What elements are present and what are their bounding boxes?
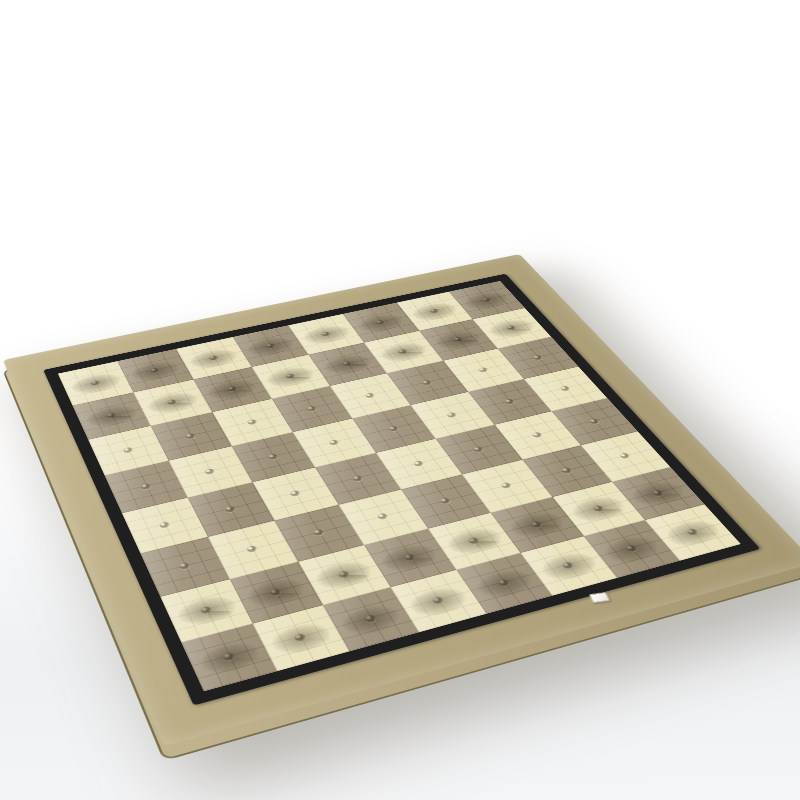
- stud-icon: [123, 447, 134, 454]
- chess-board: ♜♞♝♛♚♝♞♜♟♟♟♟♟♟♟♟♟♟♟♟♟♟♟♟♜♞♝♛♚♝♞♜: [3, 254, 800, 747]
- stud-icon: [481, 297, 491, 302]
- stud-icon: [285, 373, 296, 379]
- stud-icon: [446, 412, 458, 418]
- piece-glyph: ♞: [258, 526, 346, 648]
- stud-icon: [342, 361, 353, 367]
- stud-icon: [106, 412, 117, 418]
- stud-icon: [375, 320, 385, 326]
- stud-icon: [328, 439, 340, 446]
- stud-icon: [506, 325, 517, 331]
- stud-icon: [167, 399, 178, 405]
- stud-icon: [306, 405, 317, 411]
- stud-icon: [477, 367, 488, 373]
- stud-icon: [364, 392, 375, 398]
- stud-icon: [398, 349, 409, 355]
- stud-icon: [265, 343, 275, 349]
- stud-icon: [588, 418, 600, 425]
- stud-icon: [321, 331, 331, 337]
- stud-icon: [246, 419, 257, 426]
- piece-glyph: ♜: [190, 555, 270, 667]
- stud-icon: [503, 398, 515, 404]
- stud-icon: [208, 355, 218, 361]
- stud-icon: [532, 354, 543, 360]
- scene: ♜♞♝♛♚♝♞♜♟♟♟♟♟♟♟♟♟♟♟♟♟♟♟♟♜♞♝♛♚♝♞♜: [0, 0, 800, 800]
- stud-icon: [227, 386, 238, 392]
- stud-icon: [429, 308, 439, 313]
- stud-icon: [421, 379, 432, 385]
- stud-icon: [452, 337, 463, 343]
- stud-icon: [559, 385, 571, 391]
- stud-icon: [90, 380, 100, 386]
- stud-icon: [185, 432, 196, 439]
- loose-white-tile[interactable]: [589, 592, 610, 603]
- stud-icon: [388, 425, 400, 432]
- stud-icon: [150, 367, 160, 373]
